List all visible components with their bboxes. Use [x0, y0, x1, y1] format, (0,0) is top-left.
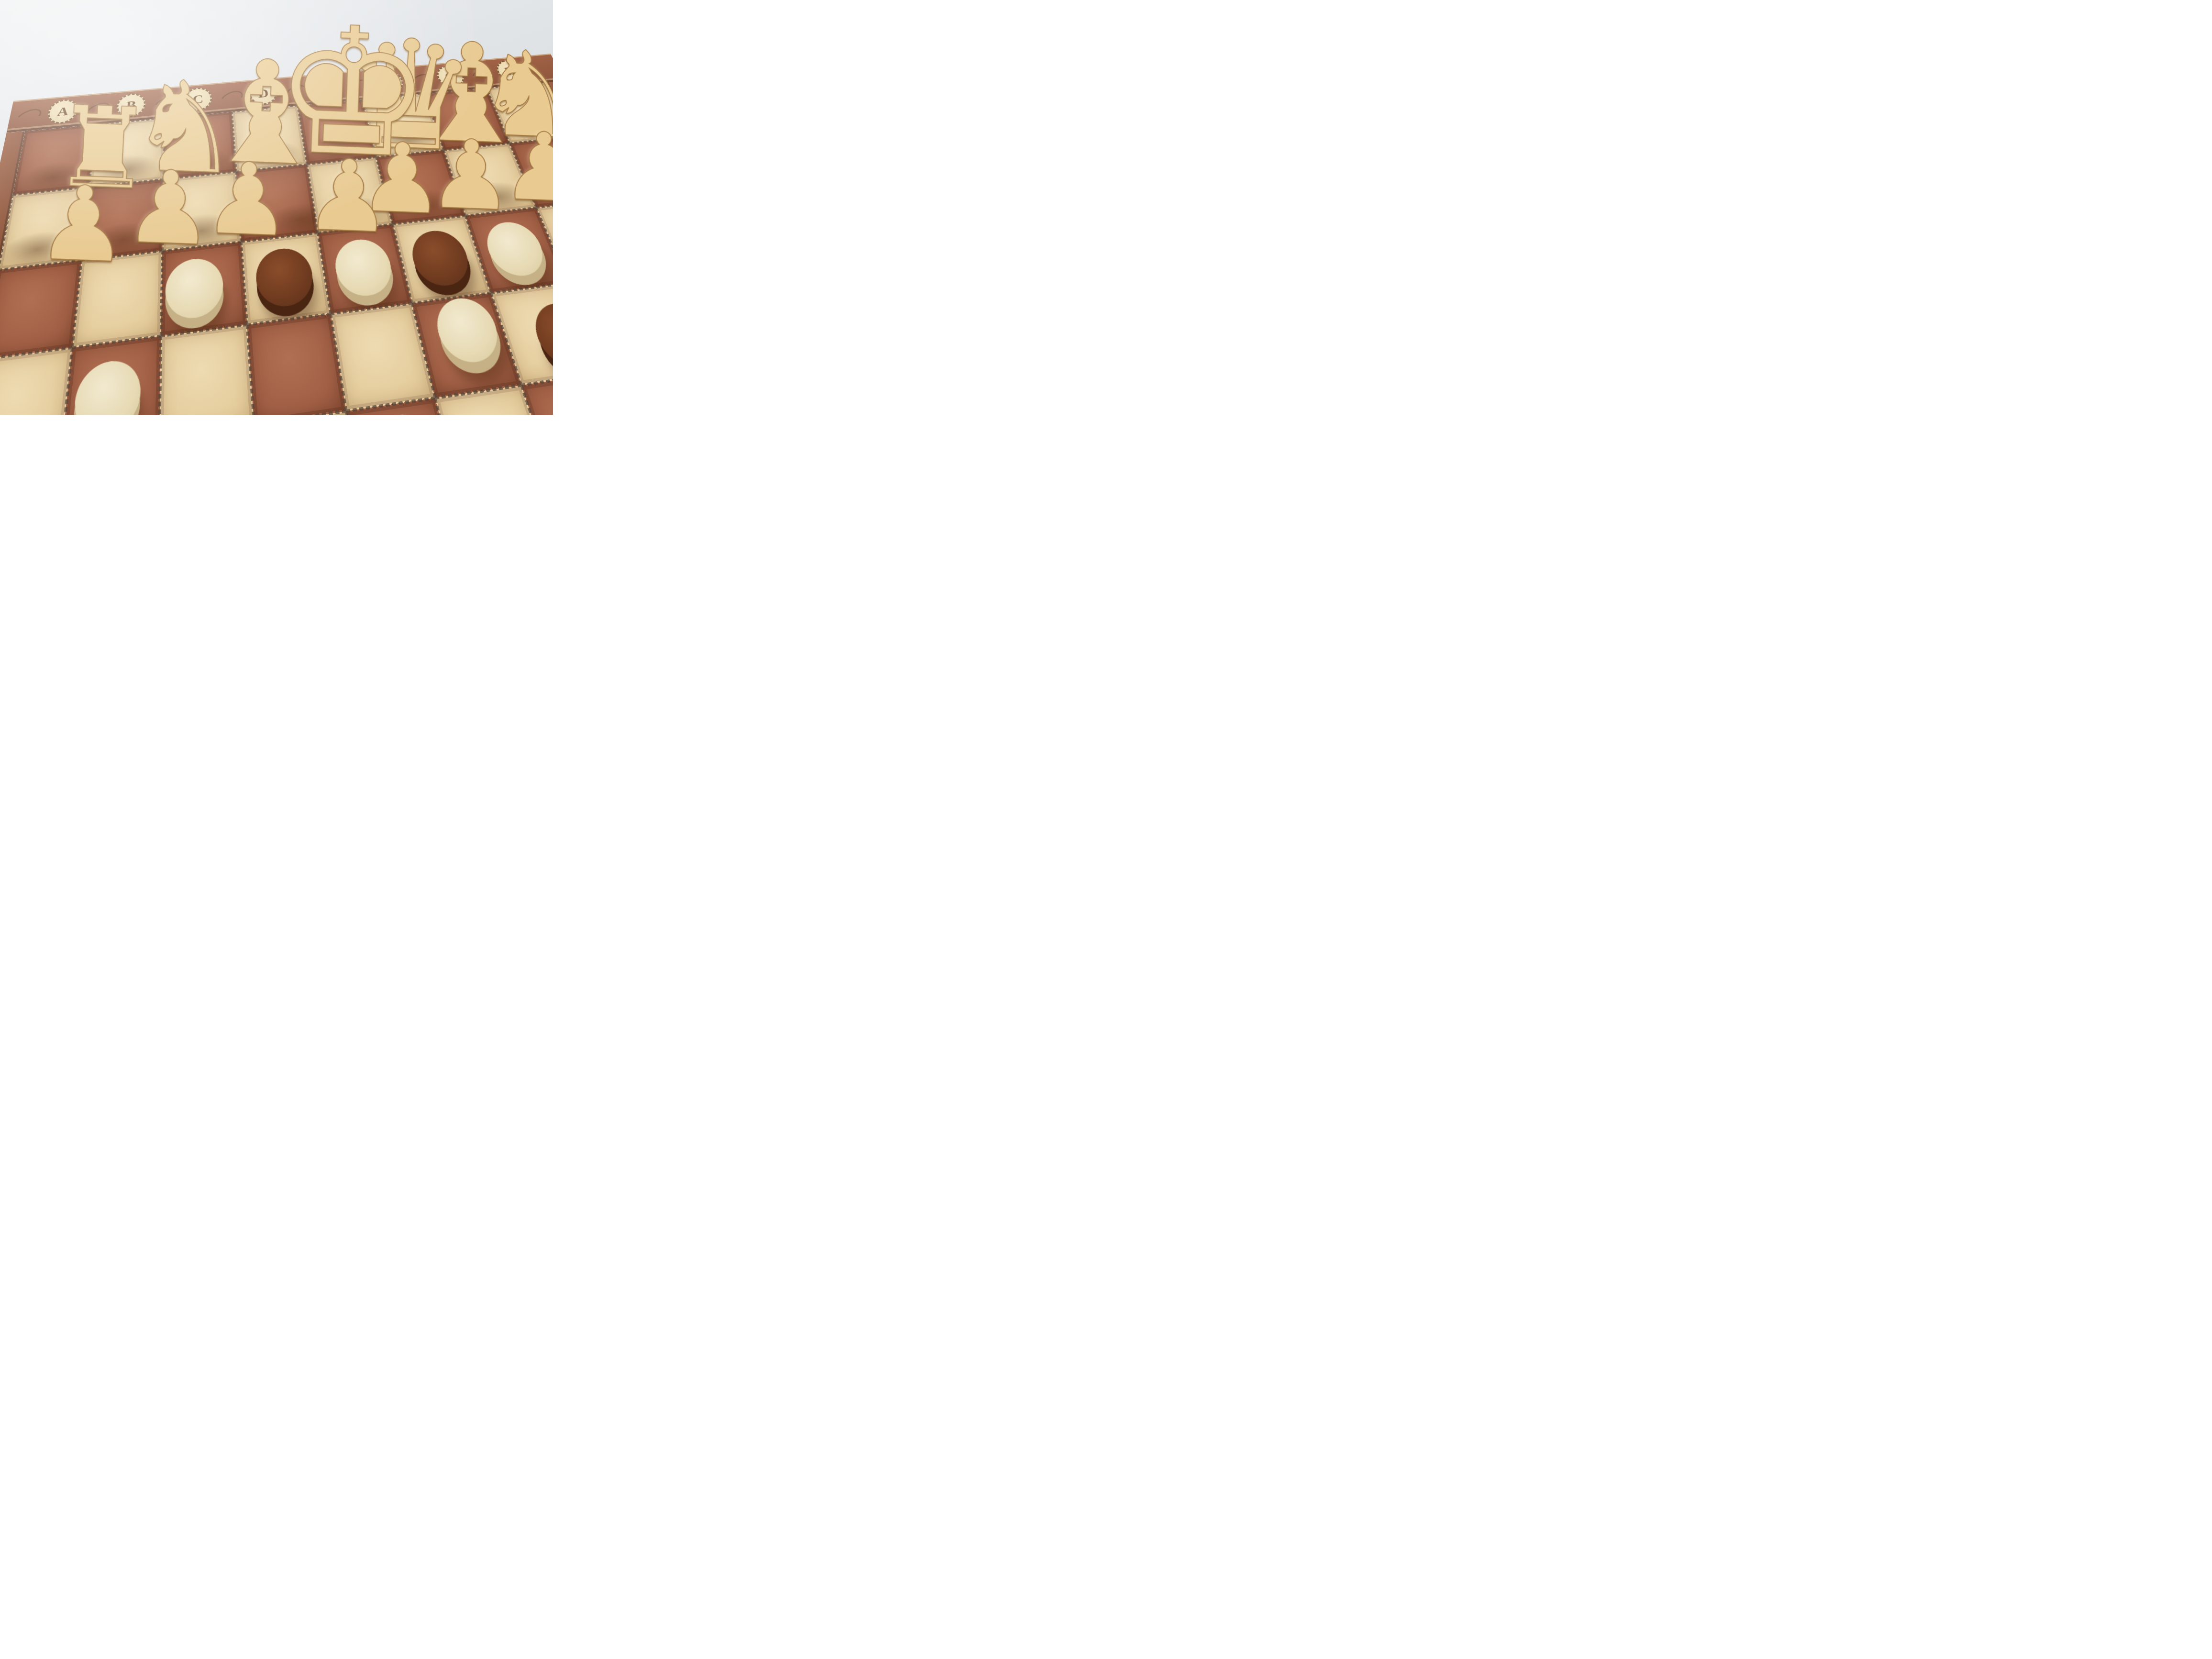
swirl-ornament — [14, 106, 44, 127]
checker-side — [531, 310, 553, 383]
square-a2[interactable]: ♟ — [0, 187, 89, 270]
piece-shadow — [92, 152, 161, 189]
white-pawn-a2[interactable]: ♟ — [35, 181, 40, 266]
square-c1[interactable]: ♝ — [164, 112, 236, 179]
square-e1[interactable]: ♛ — [298, 100, 376, 164]
checker-side — [254, 254, 318, 320]
piece-shadow — [16, 159, 88, 197]
piece-shadow — [166, 210, 238, 253]
white-rook-h1[interactable]: ♜ — [540, 52, 541, 135]
file-letter-medallion-g: G — [434, 65, 467, 88]
piece-shadow — [321, 193, 394, 234]
checker-top — [431, 295, 506, 366]
square-b2[interactable]: ♟ — [81, 179, 164, 260]
file-letter-medallion-d: D — [248, 81, 278, 106]
board-tilt-wrapper: ABCDEFGH ♜♞♝♚♛♝♞♜♟♟♟♟♟♟♟ — [0, 0, 553, 415]
piece-glyph: ♟ — [202, 158, 206, 239]
dark-checker-d3[interactable] — [254, 246, 316, 310]
checker-top — [527, 300, 553, 372]
square-f3[interactable] — [393, 216, 491, 303]
checker-top — [331, 237, 397, 299]
white-pawn-c2[interactable]: ♟ — [202, 158, 206, 239]
square-g3[interactable] — [465, 208, 553, 293]
dark-checker-g4[interactable] — [527, 300, 553, 372]
white-queen-e1[interactable]: ♛ — [341, 32, 345, 155]
checker-side — [483, 228, 553, 288]
square-a4[interactable] — [0, 348, 72, 415]
square-d4[interactable] — [247, 314, 346, 415]
square-b3[interactable] — [72, 251, 162, 348]
white-pawn-f2[interactable]: ♟ — [427, 135, 430, 213]
white-pawn-b2[interactable]: ♟ — [122, 166, 127, 249]
square-d3[interactable] — [241, 233, 331, 325]
file-letter-medallion-f: F — [374, 70, 406, 94]
file-letter-medallion-h: H — [493, 59, 528, 82]
square-f4[interactable] — [412, 293, 521, 398]
piece-shadow — [306, 131, 373, 166]
checker-top — [165, 256, 224, 321]
checker-side — [433, 305, 509, 377]
light-checker-f4[interactable] — [431, 295, 506, 366]
square-d2[interactable]: ♟ — [236, 165, 318, 242]
board-grid: ♜♞♝♚♛♝♞♜♟♟♟♟♟♟♟ — [0, 82, 553, 415]
square-g4[interactable] — [491, 283, 553, 386]
light-checker-b4[interactable] — [71, 357, 142, 415]
perspective-scene: ABCDEFGH ♜♞♝♚♛♝♞♜♟♟♟♟♟♟♟ — [0, 0, 553, 415]
square-e5[interactable] — [346, 398, 463, 415]
piece-glyph: ♜ — [51, 101, 56, 192]
square-b1[interactable]: ♞ — [89, 118, 165, 187]
square-e4[interactable] — [331, 303, 435, 411]
file-letter-medallion-a: A — [46, 99, 79, 125]
square-e2[interactable]: ♟ — [307, 157, 393, 233]
piece-shadow — [265, 199, 338, 241]
piece-glyph: ♟ — [358, 138, 360, 217]
light-checker-c3[interactable] — [165, 256, 224, 321]
white-knight-g1[interactable]: ♞ — [475, 45, 477, 141]
swirl-ornament — [408, 71, 435, 90]
game-board: ABCDEFGH ♜♞♝♚♛♝♞♜♟♟♟♟♟♟♟ — [0, 54, 553, 415]
square-g2[interactable]: ♟ — [443, 144, 536, 216]
piece-glyph: ♟ — [122, 166, 127, 249]
white-pawn-d2[interactable]: ♟ — [303, 155, 306, 236]
light-checker-e3[interactable] — [331, 237, 397, 299]
light-checker-g3[interactable] — [480, 220, 551, 279]
file-letter-medallion-b: B — [116, 92, 146, 118]
dark-checker-f3[interactable] — [407, 228, 475, 289]
checker-top — [71, 357, 142, 415]
checker-top — [480, 220, 551, 279]
white-bishop-f1[interactable]: ♝ — [409, 36, 412, 148]
piece-glyph: ♜ — [540, 52, 541, 135]
piece-glyph: ♟ — [35, 181, 40, 266]
square-e3[interactable] — [318, 224, 412, 314]
square-g5[interactable] — [521, 373, 553, 415]
white-knight-b1[interactable]: ♞ — [127, 75, 132, 177]
checker-side — [409, 236, 478, 299]
studio-backdrop: ABCDEFGH ♜♞♝♚♛♝♞♜♟♟♟♟♟♟♟ — [0, 0, 553, 415]
swirl-ornament — [469, 66, 496, 85]
right-border-strip — [547, 81, 553, 415]
square-h3[interactable] — [536, 199, 553, 283]
square-c3[interactable] — [161, 242, 247, 336]
square-c4[interactable] — [159, 325, 254, 415]
piece-shadow — [438, 118, 508, 152]
white-pawn-e2[interactable]: ♟ — [358, 138, 360, 217]
piece-shadow — [85, 218, 159, 262]
piece-glyph: ♟ — [303, 155, 306, 236]
piece-shadow — [502, 112, 553, 144]
swirl-ornament — [283, 82, 310, 102]
checker-top — [254, 246, 316, 310]
piece-glyph: ♝ — [200, 54, 205, 170]
piece-glyph: ♟ — [427, 135, 430, 213]
square-d5[interactable] — [254, 411, 365, 415]
swirl-ornament — [218, 88, 246, 109]
checker-top — [366, 410, 447, 415]
piece-glyph: ♛ — [341, 32, 345, 155]
square-h1[interactable]: ♜ — [487, 82, 553, 143]
white-rook-a1[interactable]: ♜ — [51, 101, 56, 192]
square-c2[interactable]: ♟ — [162, 172, 241, 251]
file-letter-medallion-c: C — [184, 87, 212, 112]
swirl-ornament — [346, 77, 374, 96]
square-f5[interactable] — [435, 385, 553, 415]
piece-shadow — [388, 186, 463, 226]
square-d1[interactable]: ♚ — [232, 106, 307, 172]
square-g1[interactable]: ♞ — [425, 88, 509, 150]
square-b4[interactable] — [61, 336, 161, 415]
square-f2[interactable]: ♟ — [376, 150, 465, 224]
piece-shadow — [373, 125, 441, 159]
checker-side — [165, 265, 225, 332]
piece-glyph: ♞ — [475, 45, 477, 141]
checker-side — [333, 245, 399, 309]
piece-glyph: ♚ — [271, 18, 277, 162]
far-border-strip: ABCDEFGH — [7, 54, 553, 133]
piece-glyph: ♞ — [127, 75, 132, 177]
swirl-ornament — [84, 100, 112, 122]
swirl-ornament — [152, 94, 180, 115]
checker-side — [70, 368, 142, 415]
white-bishop-c1[interactable]: ♝ — [200, 54, 205, 170]
square-a1[interactable]: ♜ — [12, 124, 95, 195]
square-a3[interactable] — [0, 260, 81, 359]
file-letter-medallion-e: E — [311, 76, 343, 100]
piece-shadow — [0, 228, 77, 273]
piece-shadow — [461, 178, 536, 218]
piece-glyph: ♟ — [501, 128, 503, 205]
light-checker-e5[interactable] — [366, 410, 447, 415]
square-h2[interactable] — [509, 137, 553, 208]
piece-shadow — [167, 144, 233, 181]
piece-glyph: ♝ — [409, 36, 412, 148]
white-king-d1[interactable]: ♚ — [271, 18, 277, 162]
piece-shadow — [237, 138, 304, 173]
left-border-strip — [0, 131, 25, 415]
checker-top — [407, 228, 475, 289]
square-f1[interactable]: ♝ — [362, 94, 444, 157]
white-pawn-g2[interactable]: ♟ — [501, 128, 503, 205]
